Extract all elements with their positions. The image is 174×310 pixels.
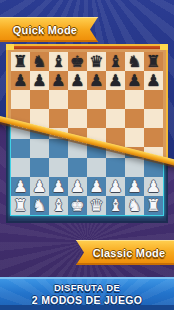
board-square [125, 109, 144, 128]
board-square [125, 158, 144, 177]
board-square: ♞ [30, 196, 49, 215]
white-king: ♚ [68, 196, 87, 215]
quick-mode-banner[interactable]: Quick Mode [0, 17, 98, 42]
board-square: ♟ [125, 177, 144, 196]
board-square [87, 109, 106, 128]
quick-mode-label: Quick Mode [13, 24, 77, 36]
board-square: ♝ [106, 196, 125, 215]
black-pawn: ♟ [144, 71, 163, 90]
board-square: ♟ [11, 71, 30, 90]
board-square [144, 90, 163, 109]
white-pawn: ♟ [49, 177, 68, 196]
board-square [11, 139, 30, 158]
black-king: ♚ [68, 52, 87, 71]
board-square [106, 109, 125, 128]
board-square: ♟ [144, 177, 163, 196]
black-bishop: ♝ [106, 52, 125, 71]
white-knight: ♞ [30, 196, 49, 215]
board-square [49, 90, 68, 109]
board-square [106, 90, 125, 109]
board-square: ♟ [87, 71, 106, 90]
board-square: ♟ [49, 71, 68, 90]
white-pawn: ♟ [11, 177, 30, 196]
black-queen: ♛ [87, 52, 106, 71]
board-square [144, 109, 163, 128]
white-bishop: ♝ [106, 196, 125, 215]
board-square: ♛ [87, 52, 106, 71]
black-pawn: ♟ [106, 71, 125, 90]
white-knight: ♞ [125, 196, 144, 215]
board-square: ♟ [11, 177, 30, 196]
board-square [30, 90, 49, 109]
board-square [49, 158, 68, 177]
board-square: ♝ [49, 52, 68, 71]
white-rook: ♜ [144, 196, 163, 215]
board-square: ♟ [68, 177, 87, 196]
board-square [68, 90, 87, 109]
board-square: ♟ [49, 177, 68, 196]
white-pawn: ♟ [144, 177, 163, 196]
board-square: ♞ [125, 196, 144, 215]
board-square: ♜ [11, 196, 30, 215]
board-square: ♟ [68, 71, 87, 90]
white-pawn: ♟ [106, 177, 125, 196]
board-square [87, 158, 106, 177]
board-square: ♜ [144, 196, 163, 215]
black-pawn: ♟ [68, 71, 87, 90]
board-square [68, 158, 87, 177]
board-square: ♞ [125, 52, 144, 71]
board-square: ♟ [144, 71, 163, 90]
white-queen: ♛ [87, 196, 106, 215]
classic-mode-banner[interactable]: Classic Mode [76, 240, 174, 265]
board-square: ♜ [144, 52, 163, 71]
board-square [49, 139, 68, 158]
white-pawn: ♟ [68, 177, 87, 196]
board-square [68, 109, 87, 128]
black-pawn: ♟ [11, 71, 30, 90]
board-corner-accent [160, 44, 168, 50]
white-rook: ♜ [11, 196, 30, 215]
black-pawn: ♟ [49, 71, 68, 90]
board-square [30, 158, 49, 177]
board-square: ♝ [49, 196, 68, 215]
classic-mode-label: Classic Mode [93, 247, 166, 259]
black-pawn: ♟ [30, 71, 49, 90]
black-bishop: ♝ [49, 52, 68, 71]
board-square: ♟ [125, 71, 144, 90]
footer-strip: DISFRUTA DE 2 MODOS DE JUEGO [0, 277, 174, 310]
board-square: ♞ [30, 52, 49, 71]
black-knight: ♞ [30, 52, 49, 71]
black-rook: ♜ [11, 52, 30, 71]
footer-line1: DISFRUTA DE [0, 282, 174, 293]
board-square: ♝ [106, 52, 125, 71]
board-square [11, 90, 30, 109]
board-square [106, 158, 125, 177]
white-bishop: ♝ [49, 196, 68, 215]
board-square: ♛ [87, 196, 106, 215]
board-square [49, 109, 68, 128]
board-square [125, 90, 144, 109]
board-square: ♚ [68, 196, 87, 215]
black-rook: ♜ [144, 52, 163, 71]
ad-screen: ♜♞♝♚♛♝♞♜♟♟♟♟♟♟♟♟ ♟♟♟♟♟♟♟♟♜♞♝♚♛♝♞♜ Quick … [0, 0, 174, 310]
board-square: ♟ [30, 177, 49, 196]
board-square: ♟ [30, 71, 49, 90]
black-pawn: ♟ [87, 71, 106, 90]
black-knight: ♞ [125, 52, 144, 71]
board-square [30, 139, 49, 158]
black-pawn: ♟ [125, 71, 144, 90]
board-square: ♟ [87, 177, 106, 196]
board-square [11, 158, 30, 177]
footer-bottom-bar [0, 305, 174, 310]
board-square: ♟ [106, 177, 125, 196]
board-square: ♚ [68, 52, 87, 71]
board-corner-accent [6, 44, 14, 50]
board-square: ♟ [106, 71, 125, 90]
white-pawn: ♟ [87, 177, 106, 196]
board-square [87, 90, 106, 109]
white-pawn: ♟ [30, 177, 49, 196]
board-square: ♜ [11, 52, 30, 71]
white-pawn: ♟ [125, 177, 144, 196]
board-square [125, 128, 144, 147]
board-square [144, 128, 163, 147]
